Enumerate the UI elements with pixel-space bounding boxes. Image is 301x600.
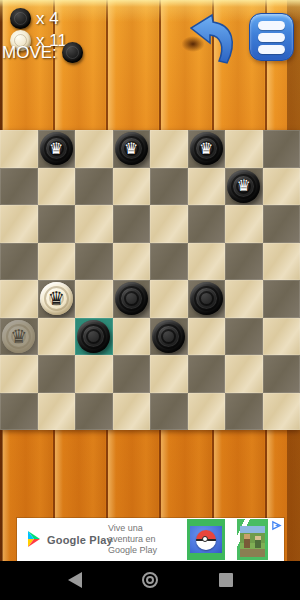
cell-r2c2	[75, 205, 113, 243]
ad-app-thumbnail-minecraft[interactable]	[237, 519, 268, 560]
recents-icon[interactable]	[219, 573, 233, 587]
cell-r5c3	[113, 318, 151, 356]
cell-r3c5	[188, 243, 226, 281]
adchoices-icon[interactable]	[271, 520, 282, 531]
cell-r7c6[interactable]	[225, 393, 263, 431]
cell-r0c7[interactable]	[263, 130, 301, 168]
cell-r2c7[interactable]	[263, 205, 301, 243]
cell-r0c6	[225, 130, 263, 168]
black-captured-count: x 4	[36, 9, 59, 29]
menu-button[interactable]	[249, 13, 294, 61]
cell-r3c7	[263, 243, 301, 281]
cell-r6c1[interactable]	[38, 355, 76, 393]
undo-button[interactable]	[183, 13, 239, 65]
black-man-piece[interactable]	[152, 320, 185, 353]
cell-r3c6[interactable]	[225, 243, 263, 281]
cell-r5c0[interactable]: ♛	[0, 318, 38, 356]
cell-r7c7	[263, 393, 301, 431]
cell-r5c4[interactable]	[150, 318, 188, 356]
cell-r3c1	[38, 243, 76, 281]
cell-r7c2[interactable]	[75, 393, 113, 431]
cell-r4c2	[75, 280, 113, 318]
black-king-piece[interactable]: ♛	[227, 170, 260, 203]
white-king-piece[interactable]: ♛	[40, 282, 73, 315]
cell-r4c1[interactable]: ♛	[38, 280, 76, 318]
menu-line-icon	[258, 45, 285, 54]
cell-r0c3[interactable]: ♛	[113, 130, 151, 168]
cell-r4c7[interactable]	[263, 280, 301, 318]
cell-r1c4[interactable]	[150, 168, 188, 206]
cell-r2c1[interactable]	[38, 205, 76, 243]
ad-text-line: Google Play	[108, 545, 157, 556]
menu-line-icon	[258, 33, 285, 42]
cell-r2c4	[150, 205, 188, 243]
minecraft-thumb-image	[240, 526, 265, 557]
crown-icon: ♛	[49, 141, 63, 157]
crown-icon: ♛	[10, 327, 27, 346]
pokeball-icon	[196, 530, 216, 550]
google-play-brand: Google Play	[47, 518, 113, 561]
cell-r2c5[interactable]	[188, 205, 226, 243]
cell-r1c1	[38, 168, 76, 206]
cell-r7c3	[113, 393, 151, 431]
cell-r5c6[interactable]	[225, 318, 263, 356]
move-turn-piece-icon	[62, 42, 83, 63]
cell-r5c5	[188, 318, 226, 356]
cell-r1c2[interactable]	[75, 168, 113, 206]
cell-r2c6	[225, 205, 263, 243]
cell-r4c4	[150, 280, 188, 318]
move-label: MOVE:	[2, 43, 57, 63]
menu-line-icon	[258, 21, 285, 30]
top-bar: x 4 x 11 MOVE:	[0, 0, 300, 130]
ad-text-line: aventura en	[108, 534, 157, 545]
crown-icon: ♛	[48, 289, 65, 308]
cell-r4c3[interactable]	[113, 280, 151, 318]
cell-r5c7	[263, 318, 301, 356]
android-nav-bar	[0, 561, 300, 600]
ad-banner[interactable]: Google Play Vive una aventura en Google …	[17, 518, 284, 561]
move-indicator: MOVE:	[2, 42, 83, 63]
cell-r0c0	[0, 130, 38, 168]
cell-r6c6	[225, 355, 263, 393]
cell-r3c3	[113, 243, 151, 281]
cell-r5c1	[38, 318, 76, 356]
ad-app-thumbnail-pokeball[interactable]	[187, 519, 225, 560]
cell-r7c4[interactable]	[150, 393, 188, 431]
cell-r0c5[interactable]: ♛	[188, 130, 226, 168]
cell-r3c0[interactable]	[0, 243, 38, 281]
cell-r6c4	[150, 355, 188, 393]
cell-r4c6	[225, 280, 263, 318]
cell-r1c5	[188, 168, 226, 206]
cell-r7c1	[38, 393, 76, 431]
ad-text-line: Vive una	[108, 523, 157, 534]
black-king-piece[interactable]: ♛	[40, 132, 73, 165]
black-man-piece[interactable]	[190, 282, 223, 315]
cell-r1c3	[113, 168, 151, 206]
black-piece-icon	[10, 8, 31, 29]
cell-r7c0[interactable]	[0, 393, 38, 431]
black-king-piece[interactable]: ♛	[115, 132, 148, 165]
cell-r1c6[interactable]: ♛	[225, 168, 263, 206]
cell-r6c0	[0, 355, 38, 393]
undo-arrow-icon	[191, 15, 232, 63]
crown-icon: ♛	[124, 141, 138, 157]
cell-r2c0	[0, 205, 38, 243]
cell-r6c7[interactable]	[263, 355, 301, 393]
crown-icon: ♛	[237, 178, 251, 194]
google-play-logo-icon	[26, 531, 42, 547]
checkers-board[interactable]: ♛♛♛♛♛♛	[0, 130, 300, 430]
cell-r2c3[interactable]	[113, 205, 151, 243]
black-man-piece[interactable]	[115, 282, 148, 315]
cell-r6c2	[75, 355, 113, 393]
home-icon[interactable]	[142, 572, 158, 588]
cell-r7c5	[188, 393, 226, 431]
cell-r0c1[interactable]: ♛	[38, 130, 76, 168]
cell-r1c0[interactable]	[0, 168, 38, 206]
cell-r6c5[interactable]	[188, 355, 226, 393]
black-king-piece[interactable]: ♛	[190, 132, 223, 165]
back-icon[interactable]	[68, 572, 82, 588]
cell-r3c4[interactable]	[150, 243, 188, 281]
checkers-app-screen: x 4 x 11 MOVE: ♛♛♛♛♛♛	[0, 0, 300, 600]
black-captured-counter: x 4	[10, 8, 59, 29]
black-man-piece[interactable]	[77, 320, 110, 353]
cell-r0c4	[150, 130, 188, 168]
cell-r4c0	[0, 280, 38, 318]
highlighted-cell-r5c2[interactable]	[75, 318, 113, 356]
cell-r3c2[interactable]	[75, 243, 113, 281]
crown-icon: ♛	[199, 141, 213, 157]
cell-r0c2	[75, 130, 113, 168]
pokeball-tile-bg	[190, 526, 222, 553]
ad-text: Vive una aventura en Google Play	[108, 523, 157, 556]
ghost-white-king-piece: ♛	[2, 320, 35, 353]
cell-r4c5[interactable]	[188, 280, 226, 318]
cell-r6c3[interactable]	[113, 355, 151, 393]
cell-r1c7	[263, 168, 301, 206]
